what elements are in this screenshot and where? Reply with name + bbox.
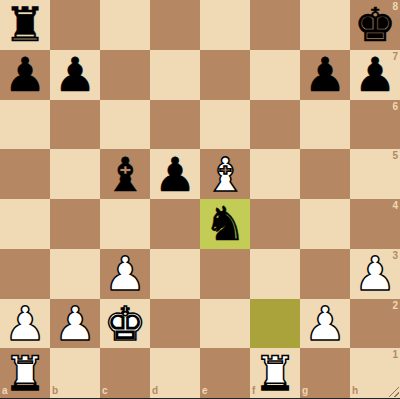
square-g1[interactable]: g: [300, 348, 350, 398]
white-rook-a1[interactable]: ♜: [4, 349, 46, 398]
square-h7[interactable]: ♟7: [350, 50, 400, 100]
square-d1[interactable]: d: [150, 348, 200, 398]
black-pawn-d5[interactable]: ♟: [154, 150, 196, 199]
square-f4[interactable]: [250, 199, 300, 249]
white-pawn-g2[interactable]: ♟: [304, 299, 346, 348]
square-d7[interactable]: [150, 50, 200, 100]
black-pawn-g7[interactable]: ♟: [304, 50, 346, 99]
black-pawn-a7[interactable]: ♟: [4, 50, 46, 99]
file-label-d: d: [152, 386, 158, 396]
square-e5[interactable]: ♝: [200, 149, 250, 199]
black-knight-e4[interactable]: ♞: [204, 199, 246, 248]
square-a5[interactable]: [0, 149, 50, 199]
black-rook-a8[interactable]: ♜: [4, 0, 46, 49]
square-d4[interactable]: [150, 199, 200, 249]
square-f2[interactable]: [250, 299, 300, 349]
square-h2[interactable]: 2: [350, 299, 400, 349]
square-a6[interactable]: [0, 100, 50, 150]
square-h3[interactable]: ♟3: [350, 249, 400, 299]
square-c8[interactable]: [100, 0, 150, 50]
black-king-h8[interactable]: ♚: [354, 0, 396, 49]
square-a8[interactable]: ♜: [0, 0, 50, 50]
white-rook-f1[interactable]: ♜: [254, 349, 296, 398]
square-c4[interactable]: [100, 199, 150, 249]
square-f7[interactable]: [250, 50, 300, 100]
square-b4[interactable]: [50, 199, 100, 249]
square-f8[interactable]: [250, 0, 300, 50]
file-label-c: c: [102, 386, 108, 396]
black-bishop-c5[interactable]: ♝: [104, 150, 146, 199]
square-b7[interactable]: ♟: [50, 50, 100, 100]
square-a1[interactable]: ♜a: [0, 348, 50, 398]
square-g4[interactable]: [300, 199, 350, 249]
chess-board: ♜♚8♟♟♟♟76♝♟♝5♞4♟♟3♟♟♚♟2♜abcde♜fgh1: [0, 0, 400, 399]
square-d2[interactable]: [150, 299, 200, 349]
square-g8[interactable]: [300, 0, 350, 50]
square-h6[interactable]: 6: [350, 100, 400, 150]
square-e4[interactable]: ♞: [200, 199, 250, 249]
square-h5[interactable]: 5: [350, 149, 400, 199]
rank-label-2: 2: [392, 301, 398, 311]
white-bishop-e5[interactable]: ♝: [204, 150, 246, 199]
white-pawn-c3[interactable]: ♟: [104, 249, 146, 298]
square-b2[interactable]: ♟: [50, 299, 100, 349]
square-f3[interactable]: [250, 249, 300, 299]
file-label-h: h: [352, 386, 358, 396]
square-b6[interactable]: [50, 100, 100, 150]
square-b5[interactable]: [50, 149, 100, 199]
square-g3[interactable]: [300, 249, 350, 299]
square-e6[interactable]: [200, 100, 250, 150]
square-h8[interactable]: ♚8: [350, 0, 400, 50]
square-g5[interactable]: [300, 149, 350, 199]
white-king-c2[interactable]: ♚: [104, 299, 146, 348]
square-e3[interactable]: [200, 249, 250, 299]
square-e1[interactable]: e: [200, 348, 250, 398]
black-pawn-h7[interactable]: ♟: [354, 50, 396, 99]
white-pawn-b2[interactable]: ♟: [54, 299, 96, 348]
square-b3[interactable]: [50, 249, 100, 299]
square-a4[interactable]: [0, 199, 50, 249]
rank-label-5: 5: [392, 151, 398, 161]
white-pawn-h3[interactable]: ♟: [354, 249, 396, 298]
square-d6[interactable]: [150, 100, 200, 150]
rank-label-1: 1: [392, 350, 398, 360]
file-label-g: g: [302, 386, 308, 396]
square-a7[interactable]: ♟: [0, 50, 50, 100]
square-d3[interactable]: [150, 249, 200, 299]
file-label-b: b: [52, 386, 58, 396]
square-d5[interactable]: ♟: [150, 149, 200, 199]
square-c1[interactable]: c: [100, 348, 150, 398]
square-f6[interactable]: [250, 100, 300, 150]
square-h4[interactable]: 4: [350, 199, 400, 249]
square-c5[interactable]: ♝: [100, 149, 150, 199]
black-pawn-b7[interactable]: ♟: [54, 50, 96, 99]
square-d8[interactable]: [150, 0, 200, 50]
square-a3[interactable]: [0, 249, 50, 299]
square-c6[interactable]: [100, 100, 150, 150]
square-g2[interactable]: ♟: [300, 299, 350, 349]
file-label-e: e: [202, 386, 208, 396]
square-f5[interactable]: [250, 149, 300, 199]
square-e7[interactable]: [200, 50, 250, 100]
square-e8[interactable]: [200, 0, 250, 50]
square-c3[interactable]: ♟: [100, 249, 150, 299]
rank-label-6: 6: [392, 102, 398, 112]
square-e2[interactable]: [200, 299, 250, 349]
square-g7[interactable]: ♟: [300, 50, 350, 100]
square-c7[interactable]: [100, 50, 150, 100]
white-pawn-a2[interactable]: ♟: [4, 299, 46, 348]
square-b1[interactable]: b: [50, 348, 100, 398]
square-f1[interactable]: ♜f: [250, 348, 300, 398]
square-b8[interactable]: [50, 0, 100, 50]
square-c2[interactable]: ♚: [100, 299, 150, 349]
rank-label-4: 4: [392, 201, 398, 211]
square-h1[interactable]: h1: [350, 348, 400, 398]
square-a2[interactable]: ♟: [0, 299, 50, 349]
square-g6[interactable]: [300, 100, 350, 150]
